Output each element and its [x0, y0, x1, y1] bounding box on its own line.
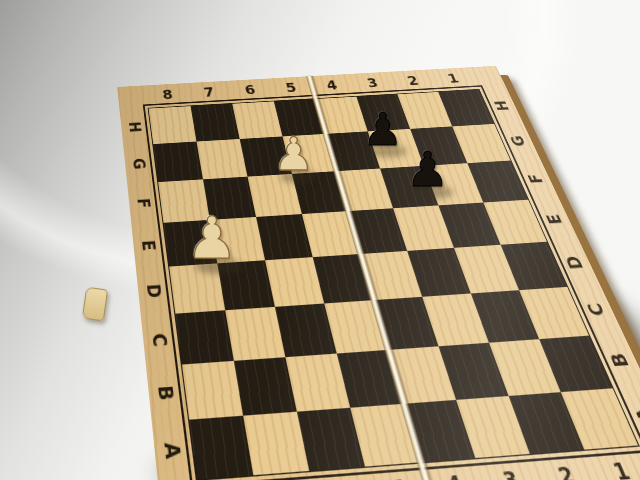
square-c2	[471, 290, 539, 343]
square-a2	[509, 392, 585, 454]
square-c5	[324, 300, 388, 353]
square-b7	[234, 357, 297, 415]
square-a6	[297, 408, 365, 471]
square-a1	[561, 388, 638, 449]
label-bottom-5: 5	[368, 474, 431, 480]
clasp-tab	[82, 287, 108, 322]
label-bottom-3: 3	[479, 465, 544, 480]
square-a4	[403, 400, 475, 462]
white-pawn-e5: ♟	[273, 131, 314, 177]
square-b1	[539, 336, 613, 393]
square-b2	[489, 339, 561, 396]
square-c6	[275, 303, 337, 357]
board-scene: 8877665544332211HHGGFFEEDDCCBBAA	[90, 58, 630, 450]
square-c3	[422, 293, 489, 346]
label-bottom-2: 2	[534, 461, 599, 480]
black-pawn-f3: ♟	[363, 107, 403, 152]
label-left-D: D	[141, 267, 167, 316]
black-pawn-e2: ♟	[406, 145, 449, 193]
square-c4	[373, 297, 438, 350]
white-pawn-c7: ♟	[186, 209, 238, 267]
square-c7	[225, 307, 285, 361]
square-b4	[388, 346, 456, 403]
label-bottom-4: 4	[424, 470, 488, 480]
square-a5	[350, 404, 420, 467]
square-a7	[243, 412, 309, 476]
photo-canvas: { "game": "chess", "scene_description": …	[0, 0, 640, 480]
label-bottom-1: 1	[589, 457, 640, 480]
square-b5	[337, 350, 404, 408]
square-d3	[407, 248, 471, 297]
square-b6	[285, 354, 350, 412]
square-a8	[189, 416, 253, 480]
label-left-B: B	[152, 365, 181, 422]
square-b3	[438, 343, 508, 400]
square-a3	[456, 396, 530, 458]
square-c8	[175, 310, 234, 364]
label-left-C: C	[146, 314, 173, 366]
square-d6	[265, 257, 324, 307]
label-left-A: A	[157, 420, 187, 480]
square-d4	[360, 251, 422, 300]
label-right-A: A	[621, 386, 640, 445]
square-b8	[182, 361, 243, 420]
square-c1	[519, 287, 589, 339]
square-d5	[313, 254, 374, 303]
